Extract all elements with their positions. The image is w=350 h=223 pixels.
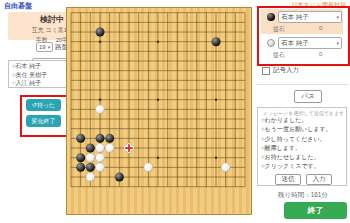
player-card-white: 石本 純子▾ 提石 0 xyxy=(261,35,343,60)
send-button[interactable]: 送信 xyxy=(275,174,301,185)
divider xyxy=(256,84,348,85)
captures-value: 0 xyxy=(319,25,322,34)
black-stone xyxy=(96,134,105,143)
message-option[interactable]: ○もう一度お願いします。 xyxy=(261,125,346,134)
white-stone xyxy=(96,105,105,114)
white-stone xyxy=(221,163,230,172)
black-stone xyxy=(212,37,221,46)
white-stone xyxy=(96,153,105,162)
go-board[interactable] xyxy=(66,7,252,215)
message-option[interactable]: ○離席します。 xyxy=(261,144,346,153)
star-point xyxy=(215,157,217,159)
white-stone xyxy=(86,153,95,162)
input-button[interactable]: 入力 xyxy=(306,174,332,185)
black-stone-icon xyxy=(267,13,275,21)
star-point xyxy=(157,41,159,43)
symbol-input-row: 記号入力 xyxy=(262,66,299,75)
player-card-black: 石本 純子▾ 提石 0 xyxy=(261,9,343,34)
remaining-time: 残り時間：161分 xyxy=(257,191,349,200)
undo-button[interactable]: ↺待った xyxy=(26,99,61,111)
black-stone xyxy=(105,134,114,143)
message-option[interactable]: ○クリックミスです。 xyxy=(261,162,346,171)
captures-value: 0 xyxy=(319,51,322,60)
remaining-time-value: 161分 xyxy=(311,191,328,198)
white-player-select[interactable]: 石本 純子▾ xyxy=(278,37,342,49)
black-stone xyxy=(76,153,85,162)
star-point xyxy=(99,99,101,101)
go-board-svg[interactable] xyxy=(67,8,253,216)
star-point xyxy=(215,99,217,101)
white-stone xyxy=(86,173,95,182)
white-stone xyxy=(105,144,114,153)
symbol-input-checkbox[interactable] xyxy=(262,67,270,75)
black-stone xyxy=(96,28,105,37)
white-stone xyxy=(144,163,153,172)
end-variation-button[interactable]: 変化終了 xyxy=(26,115,61,127)
black-stone xyxy=(86,144,95,153)
symbol-input-label: 記号入力 xyxy=(273,66,299,75)
black-player-select[interactable]: 石本 純子▾ xyxy=(278,11,342,23)
finish-button[interactable]: 終了 xyxy=(284,202,347,219)
chevron-down-icon: ▾ xyxy=(336,40,339,46)
message-option[interactable]: ○わかりました。 xyxy=(261,116,346,125)
star-point xyxy=(157,99,159,101)
white-stone xyxy=(96,163,105,172)
black-stone xyxy=(76,163,85,172)
remaining-time-label: 残り時間： xyxy=(278,191,311,198)
star-point xyxy=(157,157,159,159)
white-stone xyxy=(96,144,105,153)
message-box: メッセージを選択して送信できます ○わかりました。○もう一度お願いします。○少し… xyxy=(257,107,347,186)
captures-label: 提石 xyxy=(273,25,285,34)
pass-button[interactable]: パス xyxy=(294,90,322,103)
black-stone xyxy=(115,173,124,182)
black-stone xyxy=(86,163,95,172)
message-option[interactable]: ○少し待ってください。 xyxy=(261,135,346,144)
chevron-down-icon: ▾ xyxy=(336,14,339,20)
captures-label: 提石 xyxy=(273,51,285,60)
page-title: 自由碁盤 xyxy=(4,1,32,11)
chevron-down-icon: ▾ xyxy=(48,44,51,50)
white-stone-icon xyxy=(267,39,275,47)
black-stone xyxy=(76,134,85,143)
star-point xyxy=(99,41,101,43)
message-option[interactable]: ○お待たせしました。 xyxy=(261,153,346,162)
